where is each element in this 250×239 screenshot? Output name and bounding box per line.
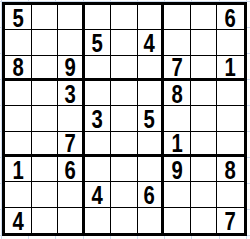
cell-r3c5[interactable] [111,56,138,81]
cell-r9c6[interactable] [138,208,165,233]
cell-r1c3[interactable] [58,5,85,30]
cell-r6c1[interactable] [5,132,32,157]
cell-r2c9[interactable] [217,30,244,55]
cell-r8c4[interactable]: 4 [85,182,112,207]
cell-r6c4[interactable] [85,132,112,157]
digit: 7 [64,132,75,157]
cell-r5c3[interactable] [58,106,85,131]
cell-r4c9[interactable] [217,81,244,106]
digit: 1 [225,56,236,81]
cell-r4c7[interactable]: 8 [164,81,191,106]
cell-r7c3[interactable]: 6 [58,157,85,182]
cell-r9c3[interactable] [58,208,85,233]
cell-r6c8[interactable] [191,132,218,157]
digit: 8 [225,157,236,182]
cell-r5c9[interactable] [217,106,244,131]
cell-r1c1[interactable]: 5 [5,5,32,30]
digit: 9 [64,56,75,81]
digit: 5 [12,5,23,30]
cell-r4c3[interactable]: 3 [58,81,85,106]
digit: 6 [144,182,155,207]
digit: 3 [64,81,75,106]
digit: 4 [92,182,103,207]
cell-r8c3[interactable] [58,182,85,207]
cell-r1c2[interactable] [32,5,59,30]
cell-r8c7[interactable] [164,182,191,207]
cell-r5c6[interactable]: 5 [138,106,165,131]
cell-r1c8[interactable] [191,5,218,30]
digit: 8 [171,81,182,106]
cell-r5c2[interactable] [32,106,59,131]
cell-r2c3[interactable] [58,30,85,55]
cell-r7c8[interactable] [191,157,218,182]
cell-r5c4[interactable]: 3 [85,106,112,131]
cell-r3c6[interactable] [138,56,165,81]
cell-r7c9[interactable]: 8 [217,157,244,182]
cell-r3c7[interactable]: 7 [164,56,191,81]
cell-r7c2[interactable] [32,157,59,182]
digit: 3 [92,106,103,131]
cell-r2c2[interactable] [32,30,59,55]
digit: 4 [12,208,23,233]
cell-r2c7[interactable] [164,30,191,55]
cell-r7c1[interactable]: 1 [5,157,32,182]
cell-r1c7[interactable] [164,5,191,30]
cell-r6c3[interactable]: 7 [58,132,85,157]
cell-r8c8[interactable] [191,182,218,207]
cell-r9c2[interactable] [32,208,59,233]
cell-r7c4[interactable] [85,157,112,182]
cell-r3c4[interactable] [85,56,112,81]
cell-r1c5[interactable] [111,5,138,30]
cell-r6c7[interactable]: 1 [164,132,191,157]
cell-r9c7[interactable] [164,208,191,233]
cell-r3c1[interactable]: 8 [5,56,32,81]
cell-r4c1[interactable] [5,81,32,106]
sudoku-grid: 5654897138357116984647 [2,2,247,236]
cell-r2c6[interactable]: 4 [138,30,165,55]
cell-r2c1[interactable] [5,30,32,55]
cell-r1c9[interactable]: 6 [217,5,244,30]
cell-r2c5[interactable] [111,30,138,55]
cell-r1c6[interactable] [138,5,165,30]
cell-r2c8[interactable] [191,30,218,55]
cell-r2c4[interactable]: 5 [85,30,112,55]
cell-r3c2[interactable] [32,56,59,81]
cell-r9c8[interactable] [191,208,218,233]
cell-r4c8[interactable] [191,81,218,106]
cell-r8c1[interactable] [5,182,32,207]
digit: 7 [225,208,236,233]
cell-r6c9[interactable] [217,132,244,157]
cell-r3c3[interactable]: 9 [58,56,85,81]
digit: 5 [144,106,155,131]
cell-r8c2[interactable] [32,182,59,207]
cell-r7c5[interactable] [111,157,138,182]
cell-r5c8[interactable] [191,106,218,131]
sudoku-board: 5654897138357116984647 [0,0,250,239]
cell-r3c8[interactable] [191,56,218,81]
cell-r9c1[interactable]: 4 [5,208,32,233]
cell-r6c2[interactable] [32,132,59,157]
cell-r8c6[interactable]: 6 [138,182,165,207]
digit: 4 [144,30,155,55]
cell-r4c4[interactable] [85,81,112,106]
digit: 1 [171,132,182,157]
cell-r8c9[interactable] [217,182,244,207]
cell-r6c6[interactable] [138,132,165,157]
digit: 7 [171,56,182,81]
digit: 8 [12,56,23,81]
cell-r9c5[interactable] [111,208,138,233]
cell-r1c4[interactable] [85,5,112,30]
cell-r5c5[interactable] [111,106,138,131]
digit: 6 [64,157,75,182]
cell-r5c7[interactable] [164,106,191,131]
cell-r8c5[interactable] [111,182,138,207]
cell-r9c4[interactable] [85,208,112,233]
cell-r5c1[interactable] [5,106,32,131]
cell-r4c2[interactable] [32,81,59,106]
cell-r9c9[interactable]: 7 [217,208,244,233]
digit: 1 [12,157,23,182]
cell-r4c5[interactable] [111,81,138,106]
cell-r3c9[interactable]: 1 [217,56,244,81]
digit: 6 [225,5,236,30]
digit: 5 [92,30,103,55]
cell-r4c6[interactable] [138,81,165,106]
cell-r7c7[interactable]: 9 [164,157,191,182]
cell-r7c6[interactable] [138,157,165,182]
cell-r6c5[interactable] [111,132,138,157]
digit: 9 [171,157,182,182]
